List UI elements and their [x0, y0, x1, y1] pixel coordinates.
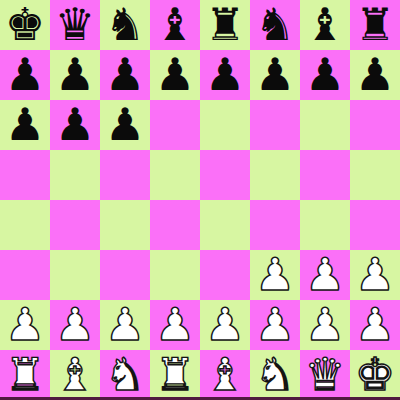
piece-black-queen[interactable]: ♛ [55, 2, 95, 47]
square-e2[interactable]: ♟ [200, 300, 250, 350]
square-e6[interactable] [200, 100, 250, 150]
square-h6[interactable] [350, 100, 400, 150]
square-h8[interactable]: ♜ [350, 0, 400, 50]
square-f1[interactable]: ♞ [250, 350, 300, 400]
square-b7[interactable]: ♟ [50, 50, 100, 100]
square-b6[interactable]: ♟ [50, 100, 100, 150]
piece-black-pawn[interactable]: ♟ [105, 52, 145, 97]
piece-white-pawn[interactable]: ♟ [305, 302, 345, 347]
piece-black-pawn[interactable]: ♟ [355, 52, 395, 97]
square-g8[interactable]: ♝ [300, 0, 350, 50]
square-b3[interactable] [50, 250, 100, 300]
piece-white-pawn[interactable]: ♟ [105, 302, 145, 347]
piece-black-pawn[interactable]: ♟ [305, 52, 345, 97]
piece-white-king[interactable]: ♚ [355, 352, 395, 397]
square-a3[interactable] [0, 250, 50, 300]
piece-white-pawn[interactable]: ♟ [5, 302, 45, 347]
square-b8[interactable]: ♛ [50, 0, 100, 50]
square-f8[interactable]: ♞ [250, 0, 300, 50]
square-d1[interactable]: ♜ [150, 350, 200, 400]
piece-white-queen[interactable]: ♛ [305, 352, 345, 397]
square-e1[interactable]: ♝ [200, 350, 250, 400]
square-g7[interactable]: ♟ [300, 50, 350, 100]
piece-black-pawn[interactable]: ♟ [55, 102, 95, 147]
square-b5[interactable] [50, 150, 100, 200]
square-a8[interactable]: ♚ [0, 0, 50, 50]
square-h7[interactable]: ♟ [350, 50, 400, 100]
piece-white-knight[interactable]: ♞ [105, 352, 145, 397]
square-a4[interactable] [0, 200, 50, 250]
square-f6[interactable] [250, 100, 300, 150]
piece-black-pawn[interactable]: ♟ [255, 52, 295, 97]
square-f7[interactable]: ♟ [250, 50, 300, 100]
piece-black-bishop[interactable]: ♝ [305, 2, 345, 47]
piece-black-pawn[interactable]: ♟ [155, 52, 195, 97]
piece-white-pawn[interactable]: ♟ [255, 252, 295, 297]
square-c1[interactable]: ♞ [100, 350, 150, 400]
square-d7[interactable]: ♟ [150, 50, 200, 100]
square-d3[interactable] [150, 250, 200, 300]
square-e5[interactable] [200, 150, 250, 200]
square-c5[interactable] [100, 150, 150, 200]
square-c7[interactable]: ♟ [100, 50, 150, 100]
square-g2[interactable]: ♟ [300, 300, 350, 350]
piece-white-rook[interactable]: ♜ [155, 352, 195, 397]
square-d5[interactable] [150, 150, 200, 200]
piece-black-pawn[interactable]: ♟ [5, 52, 45, 97]
piece-black-rook[interactable]: ♜ [205, 2, 245, 47]
square-g6[interactable] [300, 100, 350, 150]
square-h5[interactable] [350, 150, 400, 200]
square-g3[interactable]: ♟ [300, 250, 350, 300]
square-a2[interactable]: ♟ [0, 300, 50, 350]
square-e4[interactable] [200, 200, 250, 250]
square-g5[interactable] [300, 150, 350, 200]
piece-black-pawn[interactable]: ♟ [55, 52, 95, 97]
piece-white-pawn[interactable]: ♟ [355, 302, 395, 347]
square-d4[interactable] [150, 200, 200, 250]
square-d8[interactable]: ♝ [150, 0, 200, 50]
square-f3[interactable]: ♟ [250, 250, 300, 300]
piece-white-bishop[interactable]: ♝ [55, 352, 95, 397]
square-c6[interactable]: ♟ [100, 100, 150, 150]
square-h4[interactable] [350, 200, 400, 250]
square-a5[interactable] [0, 150, 50, 200]
piece-white-pawn[interactable]: ♟ [205, 302, 245, 347]
piece-white-pawn[interactable]: ♟ [255, 302, 295, 347]
piece-white-knight[interactable]: ♞ [255, 352, 295, 397]
square-e8[interactable]: ♜ [200, 0, 250, 50]
square-f2[interactable]: ♟ [250, 300, 300, 350]
square-g1[interactable]: ♛ [300, 350, 350, 400]
square-a1[interactable]: ♜ [0, 350, 50, 400]
piece-black-king[interactable]: ♚ [5, 2, 45, 47]
square-f4[interactable] [250, 200, 300, 250]
piece-black-pawn[interactable]: ♟ [105, 102, 145, 147]
piece-white-pawn[interactable]: ♟ [355, 252, 395, 297]
square-h1[interactable]: ♚ [350, 350, 400, 400]
square-c2[interactable]: ♟ [100, 300, 150, 350]
piece-black-knight[interactable]: ♞ [255, 2, 295, 47]
piece-black-pawn[interactable]: ♟ [5, 102, 45, 147]
square-h3[interactable]: ♟ [350, 250, 400, 300]
square-h2[interactable]: ♟ [350, 300, 400, 350]
square-f5[interactable] [250, 150, 300, 200]
square-b1[interactable]: ♝ [50, 350, 100, 400]
square-e7[interactable]: ♟ [200, 50, 250, 100]
piece-white-pawn[interactable]: ♟ [55, 302, 95, 347]
piece-white-bishop[interactable]: ♝ [205, 352, 245, 397]
piece-white-pawn[interactable]: ♟ [155, 302, 195, 347]
piece-black-bishop[interactable]: ♝ [155, 2, 195, 47]
square-d6[interactable] [150, 100, 200, 150]
square-d2[interactable]: ♟ [150, 300, 200, 350]
square-b4[interactable] [50, 200, 100, 250]
square-c8[interactable]: ♞ [100, 0, 150, 50]
square-c3[interactable] [100, 250, 150, 300]
square-c4[interactable] [100, 200, 150, 250]
piece-white-pawn[interactable]: ♟ [305, 252, 345, 297]
piece-black-rook[interactable]: ♜ [355, 2, 395, 47]
square-a7[interactable]: ♟ [0, 50, 50, 100]
square-e3[interactable] [200, 250, 250, 300]
chess-board: ♚♛♞♝♜♞♝♜♟♟♟♟♟♟♟♟♟♟♟♟♟♟♟♟♟♟♟♟♟♟♜♝♞♜♝♞♛♚ [0, 0, 400, 400]
piece-black-pawn[interactable]: ♟ [205, 52, 245, 97]
square-g4[interactable] [300, 200, 350, 250]
square-a6[interactable]: ♟ [0, 100, 50, 150]
piece-white-rook[interactable]: ♜ [5, 352, 45, 397]
piece-black-knight[interactable]: ♞ [105, 2, 145, 47]
square-b2[interactable]: ♟ [50, 300, 100, 350]
